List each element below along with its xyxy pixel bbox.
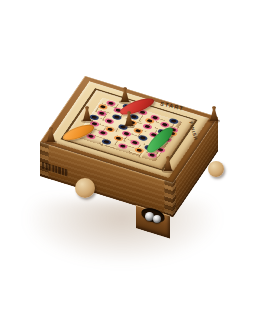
peg <box>209 106 219 121</box>
ball-tray <box>134 200 176 236</box>
maze-hole <box>137 134 149 141</box>
peg <box>46 127 56 142</box>
peg <box>120 87 130 102</box>
labyrinth-product-photo: START FINISH <box>0 0 255 310</box>
peg <box>124 111 134 126</box>
peg <box>82 106 92 121</box>
peg <box>163 156 173 171</box>
front-knob <box>75 178 95 198</box>
reflection <box>28 200 224 266</box>
finger-joints-front-left <box>40 142 49 179</box>
steel-ball <box>153 215 161 223</box>
side-knob <box>208 161 224 177</box>
